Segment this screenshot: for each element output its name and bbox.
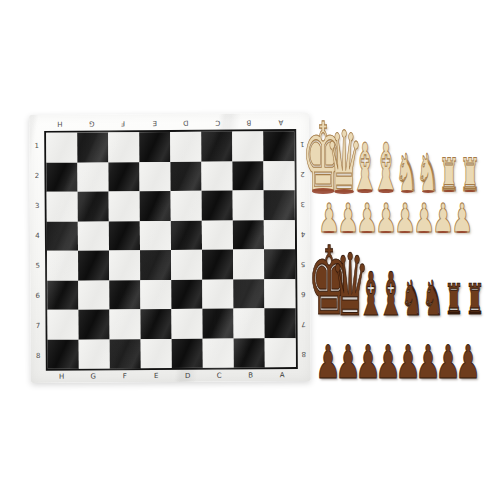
square-h1 — [46, 133, 77, 163]
square-c6 — [202, 279, 233, 309]
rank-label-left-4: 4 — [31, 221, 44, 251]
rank-label-left-8: 8 — [32, 341, 45, 371]
light-pawn-8: ♟ — [434, 198, 490, 238]
square-b1 — [232, 131, 263, 161]
square-e7 — [140, 309, 171, 339]
square-c2 — [201, 161, 232, 191]
board-grid — [44, 129, 298, 371]
square-d8 — [172, 338, 203, 368]
square-e6 — [140, 279, 171, 309]
square-g5 — [78, 250, 109, 280]
file-label-top-d: D — [170, 116, 202, 129]
file-label-bottom-c: C — [203, 370, 235, 382]
square-e1 — [139, 132, 170, 162]
square-d7 — [171, 309, 202, 339]
square-d6 — [171, 279, 202, 309]
square-c7 — [202, 309, 233, 339]
square-g8 — [79, 339, 110, 369]
square-a6 — [264, 279, 295, 309]
square-a4 — [264, 220, 295, 250]
square-d2 — [170, 161, 201, 191]
square-h8 — [48, 339, 79, 369]
chess-board-mat: HGFEDCBA 12345678 12345678 HGFEDCBA — [29, 113, 311, 383]
square-d4 — [171, 220, 202, 250]
square-e4 — [140, 220, 171, 250]
square-h5 — [47, 251, 78, 281]
file-label-top-b: B — [233, 115, 265, 128]
square-b7 — [233, 308, 264, 338]
square-g2 — [77, 162, 108, 192]
square-a3 — [264, 190, 295, 220]
square-g1 — [77, 132, 108, 162]
file-label-bottom-g: G — [77, 370, 109, 382]
rank-label-left-6: 6 — [31, 281, 44, 311]
rank-label-left-5: 5 — [31, 251, 44, 281]
square-f4 — [109, 221, 140, 251]
square-e8 — [141, 338, 172, 368]
square-a5 — [264, 249, 295, 279]
square-h6 — [47, 280, 78, 310]
square-b3 — [233, 190, 264, 220]
square-f6 — [109, 280, 140, 310]
square-g3 — [78, 191, 109, 221]
file-label-bottom-b: B — [235, 369, 267, 381]
square-e5 — [140, 250, 171, 280]
square-f2 — [108, 162, 139, 192]
file-label-bottom-d: D — [172, 370, 204, 382]
rank-label-left-7: 7 — [31, 311, 44, 341]
square-f7 — [109, 309, 140, 339]
square-b4 — [233, 220, 264, 250]
square-c4 — [202, 220, 233, 250]
file-label-top-c: C — [202, 116, 234, 129]
square-c5 — [202, 250, 233, 280]
square-a7 — [264, 308, 295, 338]
square-c3 — [202, 191, 233, 221]
square-f3 — [109, 191, 140, 221]
square-e3 — [140, 191, 171, 221]
square-h7 — [47, 310, 78, 340]
file-labels-top: HGFEDCBA — [44, 115, 296, 130]
file-label-top-g: G — [76, 116, 108, 129]
square-f8 — [110, 339, 141, 369]
file-label-top-h: H — [44, 117, 76, 130]
square-h2 — [46, 162, 77, 192]
square-e2 — [139, 161, 170, 191]
square-b6 — [233, 279, 264, 309]
square-c8 — [203, 338, 234, 368]
square-a1 — [263, 131, 294, 161]
square-h3 — [47, 192, 78, 222]
file-label-bottom-e: E — [140, 370, 172, 382]
file-label-bottom-a: A — [266, 369, 298, 381]
square-g7 — [78, 309, 109, 339]
square-b8 — [234, 338, 265, 368]
file-label-top-a: A — [265, 115, 297, 128]
rank-labels-left: 12345678 — [30, 131, 45, 371]
dark-pawn-8: ♟ — [440, 339, 496, 385]
rank-label-left-2: 2 — [30, 161, 43, 191]
file-label-top-f: F — [107, 116, 139, 129]
square-h4 — [47, 221, 78, 251]
file-labels-bottom: HGFEDCBA — [46, 369, 298, 383]
square-b5 — [233, 249, 264, 279]
square-f1 — [108, 132, 139, 162]
square-g4 — [78, 221, 109, 251]
product-photo: HGFEDCBA 12345678 12345678 HGFEDCBA ♚♛♝♝… — [0, 0, 500, 500]
square-c1 — [201, 132, 232, 162]
file-label-bottom-h: H — [46, 371, 78, 383]
square-d5 — [171, 250, 202, 280]
rank-label-left-3: 3 — [31, 191, 44, 221]
square-g6 — [78, 280, 109, 310]
file-label-top-e: E — [139, 116, 171, 129]
square-a8 — [265, 338, 296, 368]
file-label-bottom-f: F — [109, 370, 141, 382]
square-b2 — [232, 161, 263, 191]
square-d3 — [171, 191, 202, 221]
square-a2 — [263, 161, 294, 191]
rank-label-left-1: 1 — [30, 131, 43, 161]
light-rook-2: ♜ — [448, 152, 493, 198]
dark-rook-2: ♜ — [453, 279, 498, 321]
square-f5 — [109, 250, 140, 280]
square-d1 — [170, 132, 201, 162]
